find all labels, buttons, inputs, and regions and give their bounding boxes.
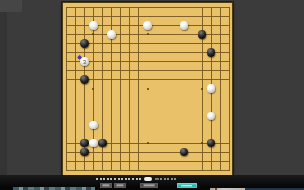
slider-knob[interactable] bbox=[144, 177, 152, 182]
taskbar-fragment-navy bbox=[245, 188, 304, 190]
star-point bbox=[92, 33, 94, 35]
black-stone bbox=[198, 30, 207, 39]
white-stone bbox=[89, 139, 98, 148]
white-stone bbox=[143, 21, 152, 30]
star-point bbox=[147, 142, 149, 144]
star-point bbox=[201, 142, 203, 144]
taskbar-fragment-blue bbox=[13, 187, 95, 190]
white-stone bbox=[207, 112, 216, 121]
white-stone: 3 bbox=[80, 57, 89, 66]
black-stone bbox=[207, 139, 216, 148]
go-board[interactable]: 3 bbox=[62, 2, 233, 176]
black-stone bbox=[207, 48, 216, 57]
black-stone bbox=[80, 39, 89, 48]
background-edge bbox=[0, 12, 7, 176]
move-number-label: 3 bbox=[80, 57, 89, 66]
white-stone bbox=[89, 121, 98, 130]
black-stone bbox=[98, 139, 107, 148]
white-stone bbox=[180, 21, 189, 30]
white-stone bbox=[89, 21, 98, 30]
white-stone bbox=[107, 30, 116, 39]
star-point bbox=[147, 88, 149, 90]
divider-dash bbox=[155, 178, 159, 179]
taskbar-fragment-brown bbox=[215, 188, 217, 190]
app-window: 3 bbox=[0, 0, 304, 190]
stones-layer: 3 bbox=[62, 3, 233, 175]
status-text-illegible-2 bbox=[160, 178, 176, 180]
star-point bbox=[92, 88, 94, 90]
star-point bbox=[147, 33, 149, 35]
star-point bbox=[201, 88, 203, 90]
black-stone bbox=[80, 75, 89, 84]
black-stone bbox=[80, 139, 89, 148]
black-stone bbox=[180, 148, 189, 157]
background-patch bbox=[0, 0, 22, 12]
status-text-illegible bbox=[96, 178, 143, 180]
black-stone bbox=[80, 148, 89, 157]
white-stone bbox=[207, 84, 216, 93]
